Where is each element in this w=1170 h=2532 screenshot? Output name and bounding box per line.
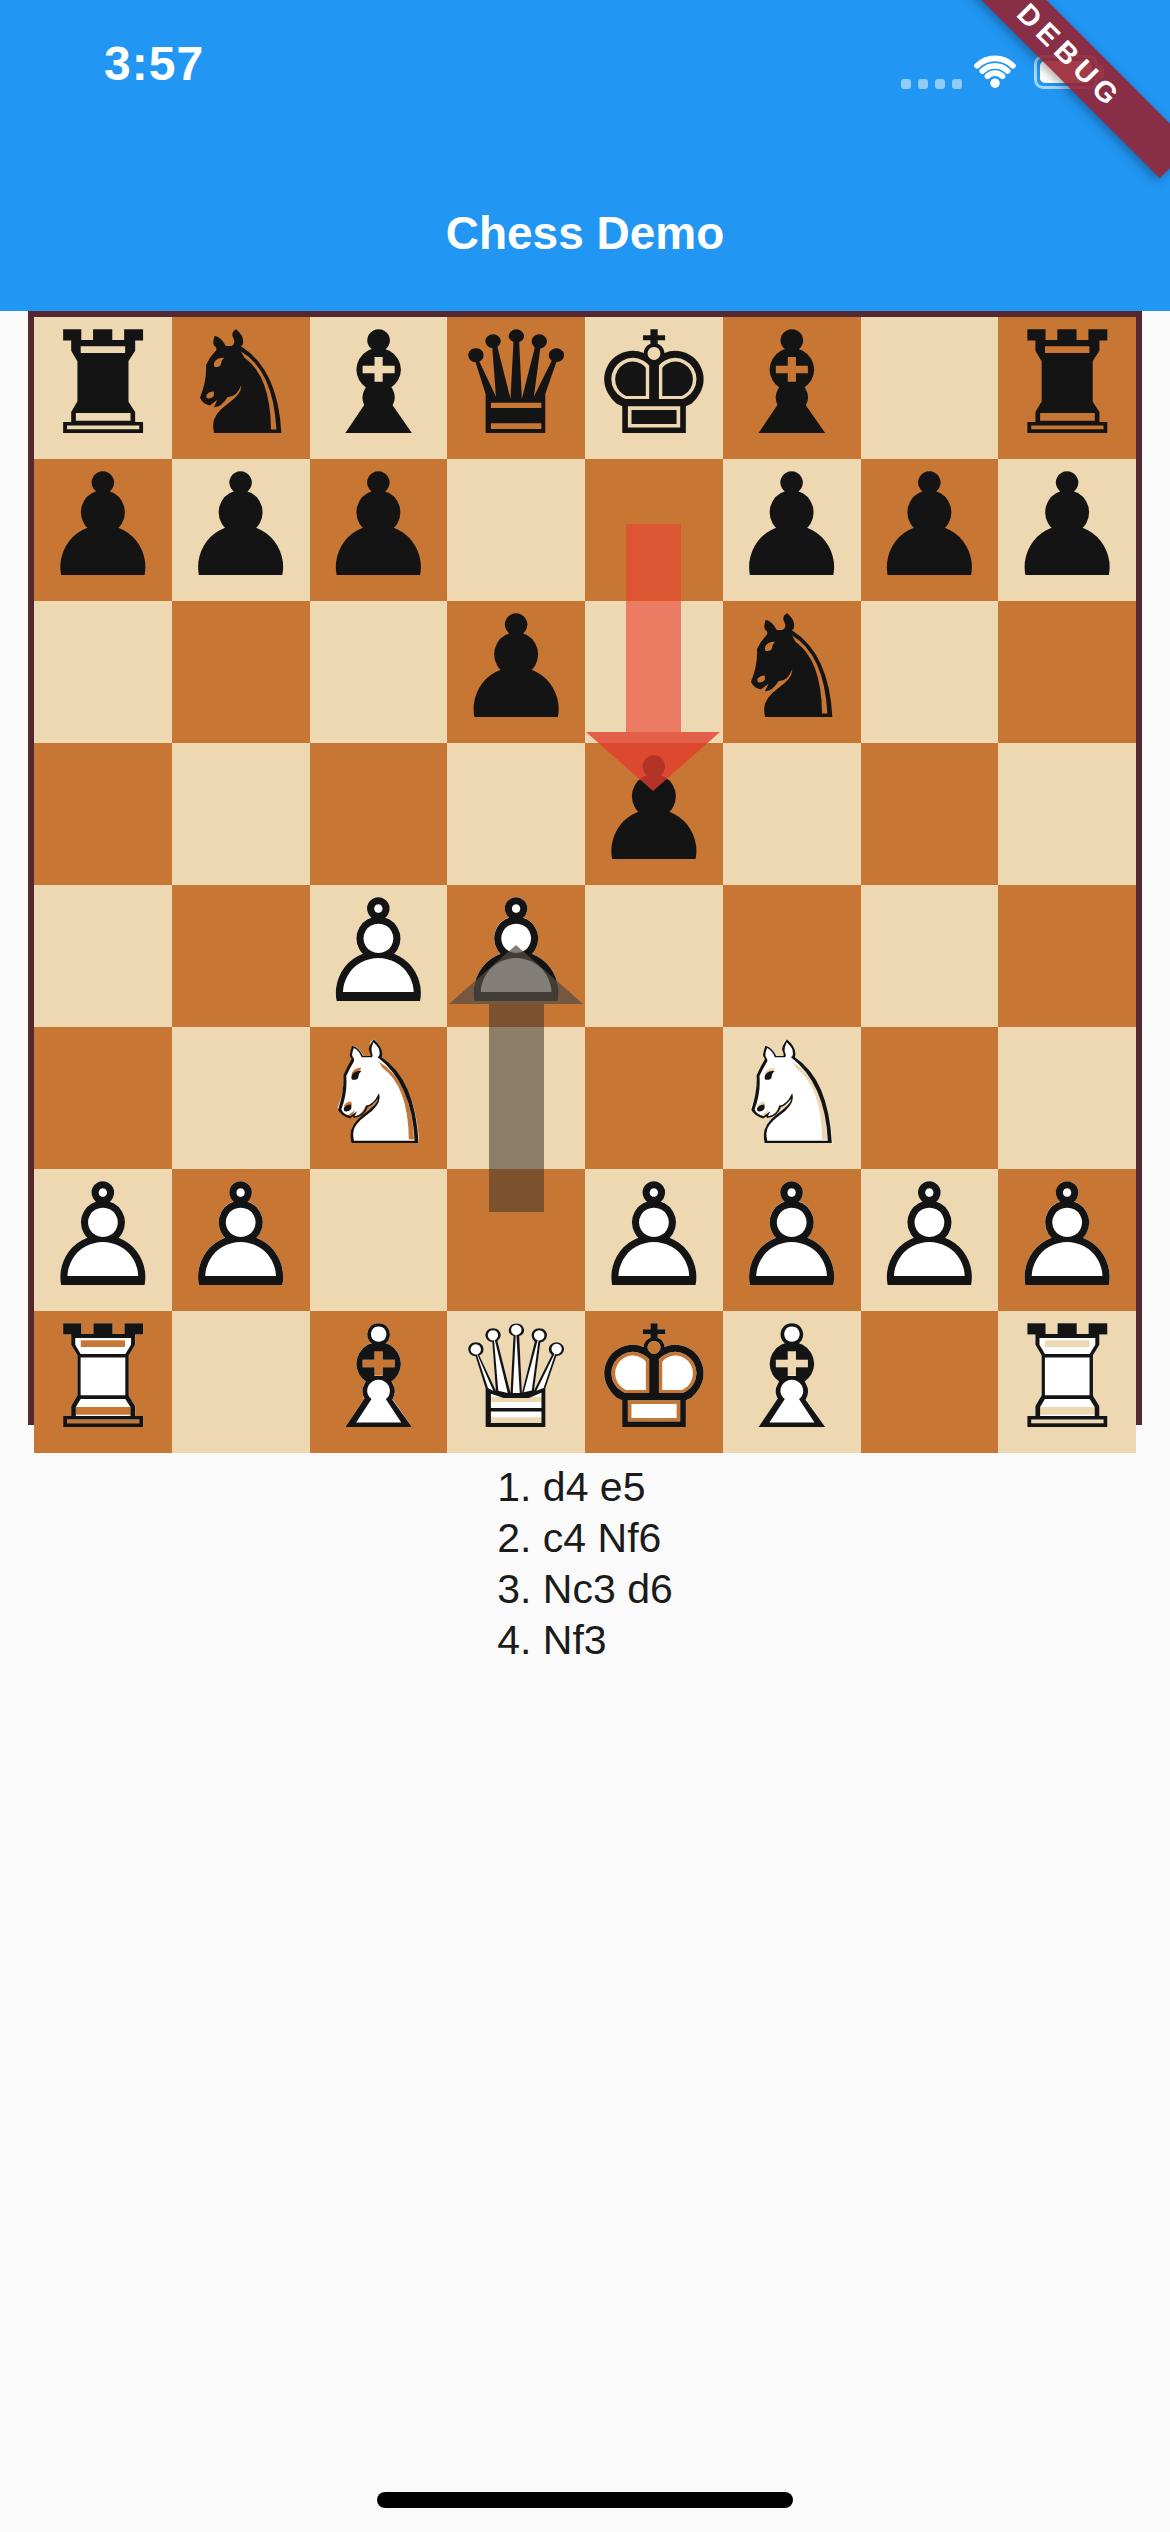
wifi-icon xyxy=(968,50,1022,94)
square-g4[interactable] xyxy=(861,885,999,1027)
board-grid: ♜♞♝♛♚♝♜♟♟♟♟♟♟♟♞♟♟♙♟♙♞♘♞♘♟♙♟♙♟♙♟♙♟♙♟♙♜♖♝♗… xyxy=(34,317,1136,1419)
piece-white-pawn: ♙ xyxy=(866,1165,993,1307)
square-g6[interactable] xyxy=(861,601,999,743)
square-g7[interactable]: ♟ xyxy=(861,459,999,601)
square-f4[interactable] xyxy=(723,885,861,1027)
square-a7[interactable]: ♟ xyxy=(34,459,172,601)
square-f2[interactable]: ♟♙ xyxy=(723,1169,861,1311)
piece-black-pawn: ♟ xyxy=(1003,455,1130,597)
square-e7[interactable] xyxy=(585,459,723,601)
square-d1[interactable]: ♛♕ xyxy=(447,1311,585,1453)
move-line: 1. d4 e5 xyxy=(497,1462,673,1513)
square-b6[interactable] xyxy=(172,601,310,743)
piece-white-pawn: ♙ xyxy=(452,881,579,1023)
piece-black-pawn: ♟ xyxy=(39,455,166,597)
square-d8[interactable]: ♛ xyxy=(447,317,585,459)
square-c4[interactable]: ♟♙ xyxy=(310,885,448,1027)
square-f6[interactable]: ♞ xyxy=(723,601,861,743)
home-indicator[interactable] xyxy=(377,2492,793,2508)
move-list-block: 1. d4 e5 2. c4 Nf6 3. Nc3 d6 4. Nf3 xyxy=(497,1462,673,1666)
square-g8[interactable] xyxy=(861,317,999,459)
square-e5[interactable]: ♟ xyxy=(585,743,723,885)
piece-black-knight: ♞ xyxy=(177,313,304,455)
square-b2[interactable]: ♟♙ xyxy=(172,1169,310,1311)
piece-black-bishop: ♝ xyxy=(728,313,855,455)
square-c5[interactable] xyxy=(310,743,448,885)
square-f3[interactable]: ♞♘ xyxy=(723,1027,861,1169)
square-e1[interactable]: ♚♔ xyxy=(585,1311,723,1453)
piece-white-bishop: ♗ xyxy=(728,1307,855,1449)
square-c7[interactable]: ♟ xyxy=(310,459,448,601)
square-h5[interactable] xyxy=(998,743,1136,885)
square-d3[interactable] xyxy=(447,1027,585,1169)
piece-black-queen: ♛ xyxy=(452,313,579,455)
square-f7[interactable]: ♟ xyxy=(723,459,861,601)
square-g3[interactable] xyxy=(861,1027,999,1169)
square-h3[interactable] xyxy=(998,1027,1136,1169)
square-h4[interactable] xyxy=(998,885,1136,1027)
square-d7[interactable] xyxy=(447,459,585,601)
square-c3[interactable]: ♞♘ xyxy=(310,1027,448,1169)
square-e3[interactable] xyxy=(585,1027,723,1169)
square-g5[interactable] xyxy=(861,743,999,885)
chess-board: ♜♞♝♛♚♝♜♟♟♟♟♟♟♟♞♟♟♙♟♙♞♘♞♘♟♙♟♙♟♙♟♙♟♙♟♙♜♖♝♗… xyxy=(28,311,1142,1425)
move-line: 3. Nc3 d6 xyxy=(497,1564,673,1615)
square-h6[interactable] xyxy=(998,601,1136,743)
page-title: Chess Demo xyxy=(0,206,1170,260)
piece-black-pawn: ♟ xyxy=(866,455,993,597)
square-b8[interactable]: ♞ xyxy=(172,317,310,459)
app-bar: 3:57 Chess Demo xyxy=(0,0,1170,311)
square-c1[interactable]: ♝♗ xyxy=(310,1311,448,1453)
square-a2[interactable]: ♟♙ xyxy=(34,1169,172,1311)
piece-black-rook: ♜ xyxy=(39,313,166,455)
cellular-dot xyxy=(952,79,962,89)
piece-black-pawn: ♟ xyxy=(452,597,579,739)
piece-white-knight: ♘ xyxy=(728,1023,855,1165)
move-list: 1. d4 e5 2. c4 Nf6 3. Nc3 d6 4. Nf3 xyxy=(0,1462,1170,1666)
square-e6[interactable] xyxy=(585,601,723,743)
cellular-dot xyxy=(918,79,928,89)
square-d6[interactable]: ♟ xyxy=(447,601,585,743)
piece-black-bishop: ♝ xyxy=(315,313,442,455)
cellular-dot xyxy=(935,79,945,89)
piece-white-pawn: ♙ xyxy=(1003,1165,1130,1307)
square-d4[interactable]: ♟♙ xyxy=(447,885,585,1027)
piece-white-pawn: ♙ xyxy=(315,881,442,1023)
square-b4[interactable] xyxy=(172,885,310,1027)
square-c6[interactable] xyxy=(310,601,448,743)
square-d5[interactable] xyxy=(447,743,585,885)
square-b5[interactable] xyxy=(172,743,310,885)
piece-white-rook: ♖ xyxy=(1003,1307,1130,1449)
square-h2[interactable]: ♟♙ xyxy=(998,1169,1136,1311)
piece-black-pawn: ♟ xyxy=(315,455,442,597)
square-a3[interactable] xyxy=(34,1027,172,1169)
square-d2[interactable] xyxy=(447,1169,585,1311)
square-c2[interactable] xyxy=(310,1169,448,1311)
piece-white-pawn: ♙ xyxy=(39,1165,166,1307)
square-h8[interactable]: ♜ xyxy=(998,317,1136,459)
square-e4[interactable] xyxy=(585,885,723,1027)
square-f1[interactable]: ♝♗ xyxy=(723,1311,861,1453)
cellular-signal-icon xyxy=(901,79,962,89)
piece-white-pawn: ♙ xyxy=(590,1165,717,1307)
square-a5[interactable] xyxy=(34,743,172,885)
piece-black-knight: ♞ xyxy=(728,597,855,739)
square-f5[interactable] xyxy=(723,743,861,885)
piece-white-king: ♔ xyxy=(590,1307,717,1449)
square-a1[interactable]: ♜♖ xyxy=(34,1311,172,1453)
square-h7[interactable]: ♟ xyxy=(998,459,1136,601)
square-a8[interactable]: ♜ xyxy=(34,317,172,459)
square-b1[interactable] xyxy=(172,1311,310,1453)
piece-white-pawn: ♙ xyxy=(728,1165,855,1307)
square-f8[interactable]: ♝ xyxy=(723,317,861,459)
square-b7[interactable]: ♟ xyxy=(172,459,310,601)
square-a6[interactable] xyxy=(34,601,172,743)
piece-white-rook: ♖ xyxy=(39,1307,166,1449)
phone-screen: 3:57 Chess Demo DEBUG ♜♞♝♛♚♝♜♟♟♟♟♟♟♟♞♟♟♙… xyxy=(0,0,1170,2532)
piece-black-pawn: ♟ xyxy=(590,739,717,881)
piece-black-king: ♚ xyxy=(590,313,717,455)
move-line: 4. Nf3 xyxy=(497,1615,673,1666)
piece-white-bishop: ♗ xyxy=(315,1307,442,1449)
piece-black-pawn: ♟ xyxy=(728,455,855,597)
move-line: 2. c4 Nf6 xyxy=(497,1513,673,1564)
square-b3[interactable] xyxy=(172,1027,310,1169)
piece-black-pawn: ♟ xyxy=(177,455,304,597)
piece-white-knight: ♘ xyxy=(315,1023,442,1165)
square-c8[interactable]: ♝ xyxy=(310,317,448,459)
square-g2[interactable]: ♟♙ xyxy=(861,1169,999,1311)
square-h1[interactable]: ♜♖ xyxy=(998,1311,1136,1453)
square-g1[interactable] xyxy=(861,1311,999,1453)
piece-black-rook: ♜ xyxy=(1003,313,1130,455)
square-e2[interactable]: ♟♙ xyxy=(585,1169,723,1311)
cellular-dot xyxy=(901,79,911,89)
piece-white-queen: ♕ xyxy=(452,1307,579,1449)
square-e8[interactable]: ♚ xyxy=(585,317,723,459)
status-time: 3:57 xyxy=(104,36,204,91)
square-a4[interactable] xyxy=(34,885,172,1027)
piece-white-pawn: ♙ xyxy=(177,1165,304,1307)
